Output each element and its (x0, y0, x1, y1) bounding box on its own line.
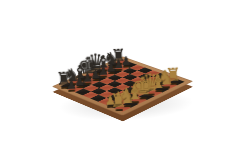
square-b8: ♞ (107, 63, 122, 69)
square-e6 (99, 78, 114, 84)
square-d8: ♛ (92, 69, 107, 75)
square-f7: ♟ (84, 79, 99, 85)
piece-black-knight: ♞ (103, 50, 119, 68)
square-d6 (107, 75, 122, 81)
square-c6 (115, 71, 130, 77)
piece-black-rook: ♜ (110, 46, 126, 64)
piece-black-bishop: ♝ (95, 53, 111, 71)
piece-black-pawn: ♟ (120, 55, 131, 67)
square-d7: ♟ (100, 72, 115, 78)
square-e8: ♚ (84, 72, 99, 78)
piece-black-pawn: ♟ (65, 78, 76, 91)
piece-black-pawn: ♟ (113, 58, 124, 70)
chess-set-photo: ♜♟♟♜♞♟♟♞♝♟♟♝♛♟♟♛♚♟♟♚♝♟♟♝♞♟♟♞♜♟♟♜ (0, 0, 240, 150)
square-b7: ♟ (115, 65, 130, 71)
piece-black-pawn: ♟ (105, 61, 116, 73)
square-a7: ♟ (122, 62, 137, 68)
square-e7: ♟ (92, 75, 107, 81)
square-f6 (91, 82, 107, 89)
square-a8: ♜ (115, 59, 130, 65)
camera-roll-wrapper: ♜♟♟♜♞♟♟♞♝♟♟♝♛♟♟♛♚♟♟♚♝♟♟♝♞♟♟♞♜♟♟♜ (0, 0, 240, 150)
piece-black-queen: ♛ (85, 51, 106, 74)
piece-black-pawn: ♟ (90, 68, 101, 80)
chess-board: ♜♟♟♜♞♟♟♞♝♟♟♝♛♟♟♛♚♟♟♚♝♟♟♝♞♟♟♞♜♟♟♜ (52, 56, 193, 116)
square-c8: ♝ (100, 66, 115, 72)
square-c7: ♟ (107, 69, 122, 75)
piece-white-rook: ♜ (109, 91, 127, 111)
piece-black-pawn: ♟ (98, 65, 109, 77)
perspective-stage: ♜♟♟♜♞♟♟♞♝♟♟♝♛♟♟♛♚♟♟♚♝♟♟♝♞♟♟♞♜♟♟♜ (0, 0, 240, 150)
board-grid: ♜♟♟♜♞♟♟♞♝♟♟♝♛♟♟♛♚♟♟♚♝♟♟♝♞♟♟♞♜♟♟♜ (60, 59, 184, 111)
